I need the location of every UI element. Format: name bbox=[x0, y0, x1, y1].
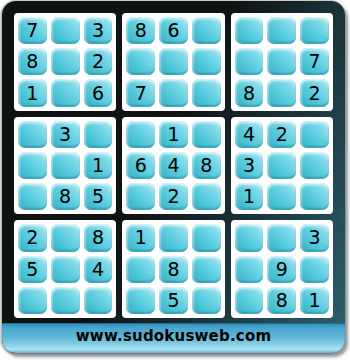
cell-r9c3[interactable] bbox=[84, 287, 113, 314]
cell-r2c9[interactable]: 7 bbox=[300, 48, 329, 75]
cell-r9c7[interactable] bbox=[235, 287, 264, 314]
cell-r7c4[interactable]: 1 bbox=[126, 224, 155, 251]
cell-r1c8[interactable] bbox=[267, 17, 296, 44]
cell-r9c1[interactable] bbox=[18, 287, 47, 314]
cell-r8c4[interactable] bbox=[126, 256, 155, 283]
cell-r2c1[interactable]: 8 bbox=[18, 48, 47, 75]
cell-r5c3[interactable]: 1 bbox=[84, 152, 113, 179]
cell-r7c6[interactable] bbox=[192, 224, 221, 251]
cell-r7c3[interactable]: 8 bbox=[84, 224, 113, 251]
cell-r7c2[interactable] bbox=[51, 224, 80, 251]
cell-r7c8[interactable] bbox=[267, 224, 296, 251]
board-panel: 738216867782318516482423128541853981 www… bbox=[2, 1, 345, 353]
box-2-3: 4231 bbox=[231, 117, 333, 215]
cell-r8c7[interactable] bbox=[235, 256, 264, 283]
box-1-3: 782 bbox=[231, 13, 333, 111]
site-url[interactable]: www.sudokusweb.com bbox=[76, 327, 271, 349]
cell-r4c9[interactable] bbox=[300, 121, 329, 148]
cell-r2c4[interactable] bbox=[126, 48, 155, 75]
cell-r7c9[interactable]: 3 bbox=[300, 224, 329, 251]
box-3-1: 2854 bbox=[14, 220, 116, 318]
cell-r3c9[interactable]: 2 bbox=[300, 79, 329, 106]
cell-r3c8[interactable] bbox=[267, 79, 296, 106]
cell-r5c9[interactable] bbox=[300, 152, 329, 179]
cell-r2c2[interactable] bbox=[51, 48, 80, 75]
box-3-2: 185 bbox=[122, 220, 224, 318]
box-1-1: 738216 bbox=[14, 13, 116, 111]
cell-r8c9[interactable] bbox=[300, 256, 329, 283]
cell-r6c1[interactable] bbox=[18, 183, 47, 210]
cell-r9c9[interactable]: 1 bbox=[300, 287, 329, 314]
cell-r5c1[interactable] bbox=[18, 152, 47, 179]
cell-r8c3[interactable]: 4 bbox=[84, 256, 113, 283]
cell-r3c7[interactable]: 8 bbox=[235, 79, 264, 106]
cell-r9c5[interactable]: 5 bbox=[159, 287, 188, 314]
cell-r4c7[interactable]: 4 bbox=[235, 121, 264, 148]
cell-r7c5[interactable] bbox=[159, 224, 188, 251]
cell-r8c8[interactable]: 9 bbox=[267, 256, 296, 283]
cell-r8c2[interactable] bbox=[51, 256, 80, 283]
cell-r4c3[interactable] bbox=[84, 121, 113, 148]
cell-r5c5[interactable]: 4 bbox=[159, 152, 188, 179]
cell-r6c8[interactable] bbox=[267, 183, 296, 210]
cell-r9c4[interactable] bbox=[126, 287, 155, 314]
cell-r1c1[interactable]: 7 bbox=[18, 17, 47, 44]
cell-r1c7[interactable] bbox=[235, 17, 264, 44]
cell-r1c6[interactable] bbox=[192, 17, 221, 44]
cell-r7c1[interactable]: 2 bbox=[18, 224, 47, 251]
box-1-2: 867 bbox=[122, 13, 224, 111]
cell-r5c8[interactable] bbox=[267, 152, 296, 179]
cell-r4c5[interactable]: 1 bbox=[159, 121, 188, 148]
cell-r1c4[interactable]: 8 bbox=[126, 17, 155, 44]
cell-r6c4[interactable] bbox=[126, 183, 155, 210]
box-3-3: 3981 bbox=[231, 220, 333, 318]
cell-r5c6[interactable]: 8 bbox=[192, 152, 221, 179]
cell-r5c4[interactable]: 6 bbox=[126, 152, 155, 179]
cell-r9c2[interactable] bbox=[51, 287, 80, 314]
cell-r6c5[interactable]: 2 bbox=[159, 183, 188, 210]
footer-bar: www.sudokusweb.com bbox=[2, 323, 345, 353]
cell-r3c1[interactable]: 1 bbox=[18, 79, 47, 106]
cell-r6c6[interactable] bbox=[192, 183, 221, 210]
cell-r4c2[interactable]: 3 bbox=[51, 121, 80, 148]
box-2-1: 3185 bbox=[14, 117, 116, 215]
cell-r2c3[interactable]: 2 bbox=[84, 48, 113, 75]
cell-r2c7[interactable] bbox=[235, 48, 264, 75]
cell-r9c8[interactable]: 8 bbox=[267, 287, 296, 314]
cell-r8c1[interactable]: 5 bbox=[18, 256, 47, 283]
cell-r3c4[interactable]: 7 bbox=[126, 79, 155, 106]
cell-r3c5[interactable] bbox=[159, 79, 188, 106]
cell-r6c7[interactable]: 1 bbox=[235, 183, 264, 210]
cell-r3c2[interactable] bbox=[51, 79, 80, 106]
cell-r3c3[interactable]: 6 bbox=[84, 79, 113, 106]
cell-r4c8[interactable]: 2 bbox=[267, 121, 296, 148]
cell-r8c6[interactable] bbox=[192, 256, 221, 283]
cell-r3c6[interactable] bbox=[192, 79, 221, 106]
cell-r9c6[interactable] bbox=[192, 287, 221, 314]
cell-r6c9[interactable] bbox=[300, 183, 329, 210]
sudoku-board: 738216867782318516482423128541853981 bbox=[14, 13, 333, 318]
cell-r2c8[interactable] bbox=[267, 48, 296, 75]
cell-r1c2[interactable] bbox=[51, 17, 80, 44]
cell-r4c6[interactable] bbox=[192, 121, 221, 148]
cell-r8c5[interactable]: 8 bbox=[159, 256, 188, 283]
sudoku-app: 738216867782318516482423128541853981 www… bbox=[0, 0, 350, 360]
box-2-2: 16482 bbox=[122, 117, 224, 215]
cell-r4c1[interactable] bbox=[18, 121, 47, 148]
cell-r6c3[interactable]: 5 bbox=[84, 183, 113, 210]
cell-r5c7[interactable]: 3 bbox=[235, 152, 264, 179]
cell-r4c4[interactable] bbox=[126, 121, 155, 148]
cell-r6c2[interactable]: 8 bbox=[51, 183, 80, 210]
cell-r1c3[interactable]: 3 bbox=[84, 17, 113, 44]
cell-r1c5[interactable]: 6 bbox=[159, 17, 188, 44]
cell-r1c9[interactable] bbox=[300, 17, 329, 44]
cell-r2c6[interactable] bbox=[192, 48, 221, 75]
cell-r2c5[interactable] bbox=[159, 48, 188, 75]
cell-r7c7[interactable] bbox=[235, 224, 264, 251]
cell-r5c2[interactable] bbox=[51, 152, 80, 179]
